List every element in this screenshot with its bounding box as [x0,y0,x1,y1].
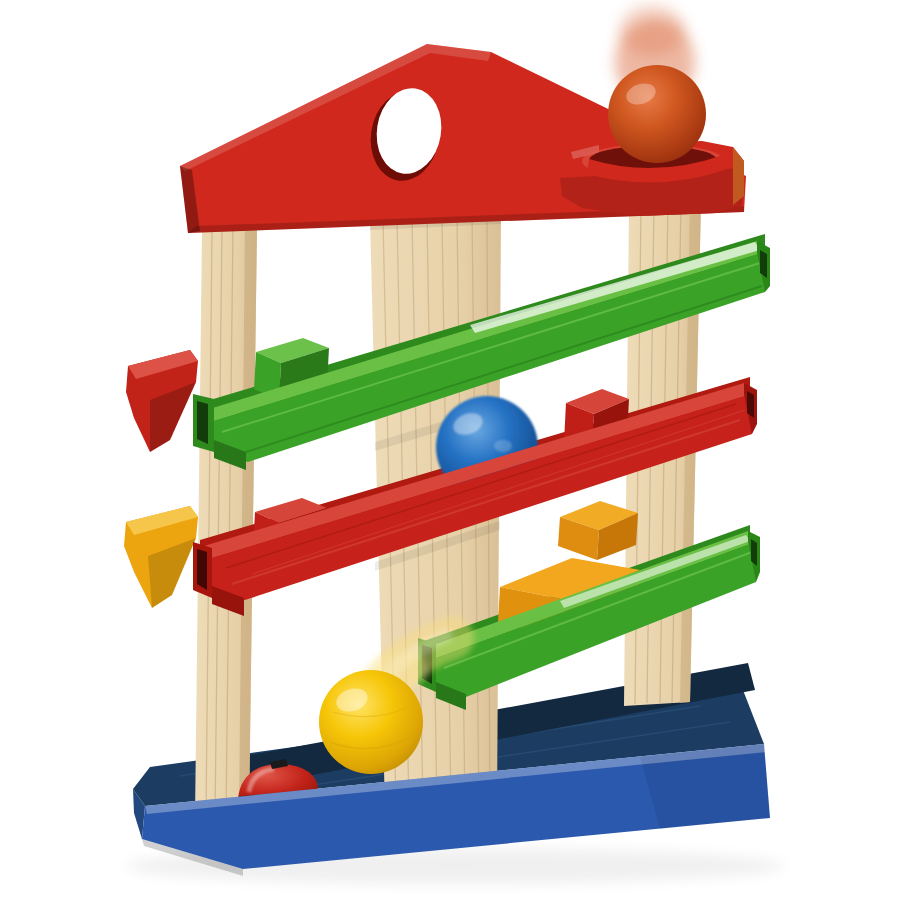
yellow-ball [319,670,423,774]
post-left [195,227,257,819]
yellow-corner-wedge [124,506,198,608]
orange-ball [608,65,706,163]
product-photo-marble-run [0,0,900,900]
toy-illustration [0,0,900,900]
red-corner-wedge [126,350,198,452]
